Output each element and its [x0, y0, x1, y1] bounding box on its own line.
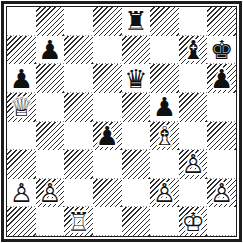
square-g3[interactable]: ♙	[179, 150, 208, 179]
square-c8[interactable]	[64, 7, 93, 36]
square-d7[interactable]	[93, 36, 122, 65]
square-c2[interactable]	[64, 179, 93, 208]
square-e6[interactable]: ♛	[122, 64, 151, 93]
piece-black-pawn-f5: ♟	[153, 94, 176, 120]
square-a6[interactable]: ♟	[7, 64, 36, 93]
square-a8[interactable]	[7, 7, 36, 36]
square-a7[interactable]	[7, 36, 36, 65]
piece-white-queen-a5: ♕	[10, 94, 33, 120]
piece-white-pawn-f2: ♙	[153, 180, 176, 206]
square-g4[interactable]	[179, 122, 208, 151]
square-c1[interactable]: ♖	[64, 207, 93, 236]
piece-black-rook-e8: ♜	[124, 8, 147, 34]
square-f8[interactable]	[150, 7, 179, 36]
piece-white-pawn-h2: ♙	[210, 180, 233, 206]
square-a3[interactable]	[7, 150, 36, 179]
square-e2[interactable]	[122, 179, 151, 208]
square-h4[interactable]	[207, 122, 236, 151]
square-f3[interactable]	[150, 150, 179, 179]
square-h1[interactable]	[207, 207, 236, 236]
piece-white-pawn-g3: ♙	[181, 151, 204, 177]
square-e4[interactable]	[122, 122, 151, 151]
square-g6[interactable]	[179, 64, 208, 93]
piece-black-king-h7: ♚	[210, 37, 233, 63]
square-f6[interactable]	[150, 64, 179, 93]
square-a2[interactable]: ♙	[7, 179, 36, 208]
square-h7[interactable]: ♚	[207, 36, 236, 65]
piece-white-king-g1: ♔	[181, 209, 204, 235]
square-a4[interactable]	[7, 122, 36, 151]
square-d3[interactable]	[93, 150, 122, 179]
square-g7[interactable]: ♝	[179, 36, 208, 65]
square-d4[interactable]: ♟	[93, 122, 122, 151]
square-b1[interactable]	[36, 207, 65, 236]
square-b8[interactable]	[36, 7, 65, 36]
square-d1[interactable]	[93, 207, 122, 236]
square-c5[interactable]	[64, 93, 93, 122]
square-d6[interactable]	[93, 64, 122, 93]
square-b7[interactable]: ♟	[36, 36, 65, 65]
square-d8[interactable]	[93, 7, 122, 36]
diagram-page: ♜♟♝♚♟♛♟♕♟♟♗♙♙♙♙♙♖♔	[0, 0, 243, 243]
square-h6[interactable]: ♟	[207, 64, 236, 93]
piece-white-pawn-a2: ♙	[10, 180, 33, 206]
square-a5[interactable]: ♕	[7, 93, 36, 122]
square-e3[interactable]	[122, 150, 151, 179]
square-f1[interactable]	[150, 207, 179, 236]
square-e8[interactable]: ♜	[122, 7, 151, 36]
piece-black-pawn-b7: ♟	[38, 37, 61, 63]
square-h5[interactable]	[207, 93, 236, 122]
square-a1[interactable]	[7, 207, 36, 236]
square-b2[interactable]: ♙	[36, 179, 65, 208]
piece-black-bishop-g7: ♝	[181, 37, 204, 63]
square-d5[interactable]	[93, 93, 122, 122]
square-d2[interactable]	[93, 179, 122, 208]
square-h2[interactable]: ♙	[207, 179, 236, 208]
piece-black-pawn-h6: ♟	[210, 66, 233, 92]
chess-board-frame: ♜♟♝♚♟♛♟♕♟♟♗♙♙♙♙♙♖♔	[1, 1, 242, 242]
piece-black-pawn-a6: ♟	[10, 66, 33, 92]
chess-board: ♜♟♝♚♟♛♟♕♟♟♗♙♙♙♙♙♖♔	[6, 6, 237, 237]
square-g2[interactable]	[179, 179, 208, 208]
square-h8[interactable]	[207, 7, 236, 36]
piece-white-rook-c1: ♖	[67, 209, 90, 235]
piece-white-bishop-f4: ♗	[153, 123, 176, 149]
square-g1[interactable]: ♔	[179, 207, 208, 236]
square-b3[interactable]	[36, 150, 65, 179]
square-f4[interactable]: ♗	[150, 122, 179, 151]
square-e5[interactable]	[122, 93, 151, 122]
square-h3[interactable]	[207, 150, 236, 179]
square-b4[interactable]	[36, 122, 65, 151]
piece-black-queen-e6: ♛	[124, 66, 147, 92]
square-c7[interactable]	[64, 36, 93, 65]
square-e7[interactable]	[122, 36, 151, 65]
square-f2[interactable]: ♙	[150, 179, 179, 208]
piece-black-pawn-d4: ♟	[96, 123, 119, 149]
square-e1[interactable]	[122, 207, 151, 236]
square-f5[interactable]: ♟	[150, 93, 179, 122]
square-c6[interactable]	[64, 64, 93, 93]
square-g8[interactable]	[179, 7, 208, 36]
square-c3[interactable]	[64, 150, 93, 179]
square-f7[interactable]	[150, 36, 179, 65]
piece-white-pawn-b2: ♙	[38, 180, 61, 206]
square-g5[interactable]	[179, 93, 208, 122]
square-b6[interactable]	[36, 64, 65, 93]
square-b5[interactable]	[36, 93, 65, 122]
square-c4[interactable]	[64, 122, 93, 151]
